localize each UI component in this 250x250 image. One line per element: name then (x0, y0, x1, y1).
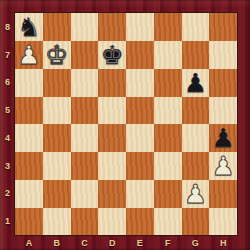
white-pawn[interactable]: ♟ (17, 41, 40, 69)
black-pawn[interactable]: ♟ (184, 69, 207, 97)
square-b4[interactable] (43, 124, 71, 152)
white-king[interactable]: ♚ (45, 41, 68, 69)
square-c2[interactable] (71, 180, 99, 208)
square-e3[interactable] (126, 152, 154, 180)
square-e5[interactable] (126, 97, 154, 124)
square-c1[interactable] (71, 208, 99, 235)
file-label-c: C (71, 235, 99, 250)
rank-label-3: 3 (0, 152, 15, 180)
square-d4[interactable] (98, 124, 126, 152)
rank-label-2: 2 (0, 180, 15, 208)
square-e1[interactable] (126, 208, 154, 235)
square-b5[interactable] (43, 97, 71, 124)
square-c3[interactable] (71, 152, 99, 180)
square-a7[interactable]: ♟ (15, 41, 43, 69)
square-e8[interactable] (126, 13, 154, 41)
square-f8[interactable] (154, 13, 182, 41)
square-a4[interactable] (15, 124, 43, 152)
square-h3[interactable]: ♟ (209, 152, 237, 180)
file-label-f: F (154, 235, 182, 250)
square-e2[interactable] (126, 180, 154, 208)
square-h4[interactable]: ♟ (209, 124, 237, 152)
square-e7[interactable] (126, 41, 154, 69)
file-label-e: E (126, 235, 154, 250)
square-h2[interactable] (209, 180, 237, 208)
square-a6[interactable] (15, 69, 43, 97)
file-label-a: A (15, 235, 43, 250)
square-e6[interactable] (126, 69, 154, 97)
square-f7[interactable] (154, 41, 182, 69)
black-pawn[interactable]: ♟ (211, 124, 234, 152)
square-c6[interactable] (71, 69, 99, 97)
rank-label-7: 7 (0, 41, 15, 69)
square-c5[interactable] (71, 97, 99, 124)
square-g4[interactable] (182, 124, 210, 152)
square-d5[interactable] (98, 97, 126, 124)
rank-label-6: 6 (0, 69, 15, 97)
file-label-h: H (209, 235, 237, 250)
file-label-g: G (182, 235, 210, 250)
square-g5[interactable] (182, 97, 210, 124)
square-d3[interactable] (98, 152, 126, 180)
file-label-b: B (43, 235, 71, 250)
square-f3[interactable] (154, 152, 182, 180)
square-d8[interactable] (98, 13, 126, 41)
square-b2[interactable] (43, 180, 71, 208)
rank-label-5: 5 (0, 96, 15, 124)
file-labels: ABCDEFGH (15, 235, 237, 250)
rank-label-4: 4 (0, 124, 15, 152)
file-label-d: D (98, 235, 126, 250)
square-d7[interactable]: ♚ (98, 41, 126, 69)
square-a2[interactable] (15, 180, 43, 208)
square-a1[interactable] (15, 208, 43, 235)
chess-board: ♞♟♚♚♟♟♟♟ (15, 13, 237, 235)
square-c8[interactable] (71, 13, 99, 41)
black-king[interactable]: ♚ (100, 41, 123, 69)
white-pawn[interactable]: ♟ (211, 152, 234, 180)
square-g2[interactable]: ♟ (182, 180, 210, 208)
square-b1[interactable] (43, 208, 71, 235)
square-f2[interactable] (154, 180, 182, 208)
square-f1[interactable] (154, 208, 182, 235)
square-h5[interactable] (209, 97, 237, 124)
square-g8[interactable] (182, 13, 210, 41)
square-f6[interactable] (154, 69, 182, 97)
square-g3[interactable] (182, 152, 210, 180)
chess-board-frame: 87654321 ABCDEFGH ♞♟♚♚♟♟♟♟ (0, 0, 250, 250)
rank-label-8: 8 (0, 13, 15, 41)
square-g1[interactable] (182, 208, 210, 235)
square-d1[interactable] (98, 208, 126, 235)
square-c7[interactable] (71, 41, 99, 69)
square-h8[interactable] (209, 13, 237, 41)
rank-labels: 87654321 (0, 13, 15, 235)
square-b6[interactable] (43, 69, 71, 97)
square-h6[interactable] (209, 69, 237, 97)
square-h1[interactable] (209, 208, 237, 235)
square-e4[interactable] (126, 124, 154, 152)
square-h7[interactable] (209, 41, 237, 69)
square-g7[interactable] (182, 41, 210, 69)
square-a8[interactable]: ♞ (15, 13, 43, 41)
square-d6[interactable] (98, 69, 126, 97)
square-f4[interactable] (154, 124, 182, 152)
black-knight[interactable]: ♞ (17, 13, 40, 41)
square-f5[interactable] (154, 97, 182, 124)
white-pawn[interactable]: ♟ (184, 180, 207, 208)
rank-label-1: 1 (0, 207, 15, 235)
square-a5[interactable] (15, 97, 43, 124)
square-d2[interactable] (98, 180, 126, 208)
square-b8[interactable] (43, 13, 71, 41)
square-b3[interactable] (43, 152, 71, 180)
square-g6[interactable]: ♟ (182, 69, 210, 97)
square-b7[interactable]: ♚ (43, 41, 71, 69)
square-a3[interactable] (15, 152, 43, 180)
square-c4[interactable] (71, 124, 99, 152)
